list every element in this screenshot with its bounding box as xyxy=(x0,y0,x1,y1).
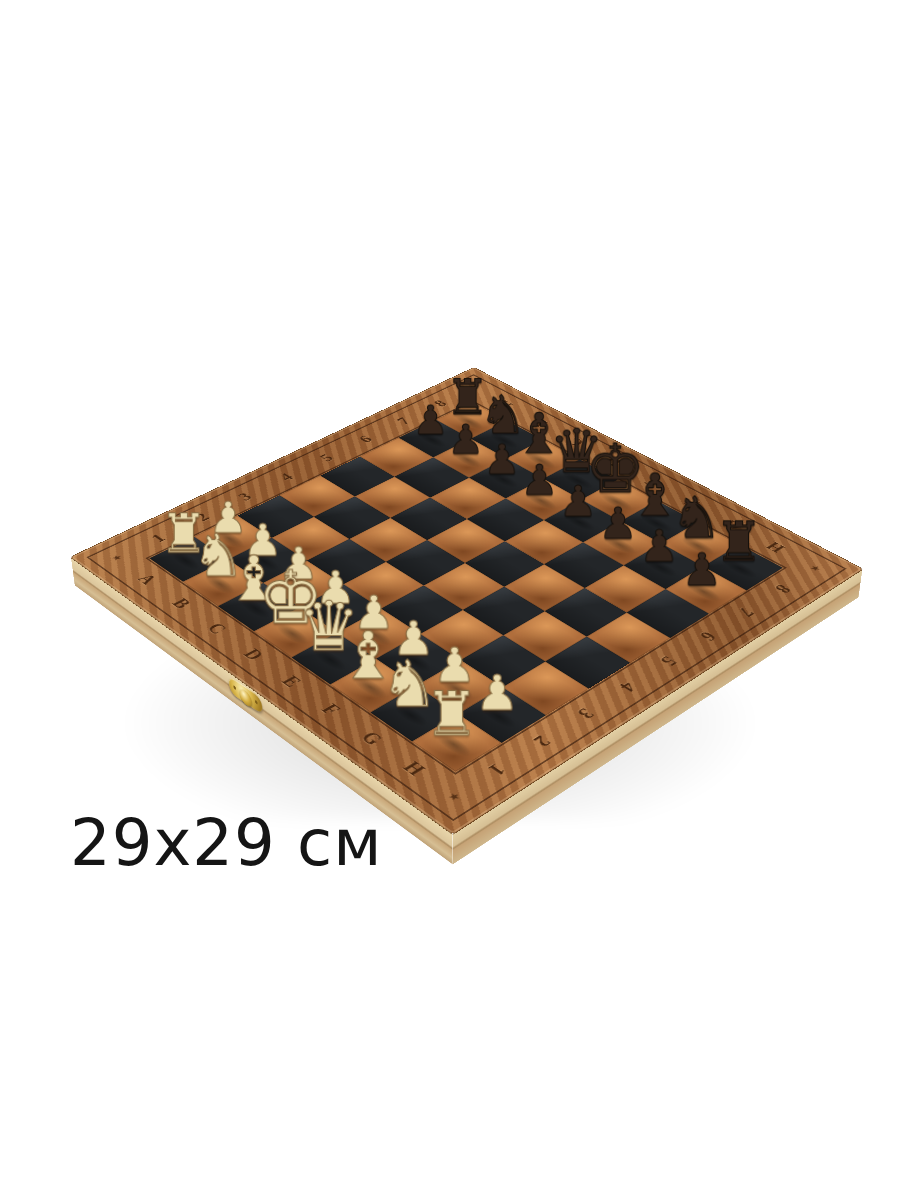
board-grid: ♜♞♝♛♚♝♞♜♟♟♟♟♟♟♟♟♟♟♟♟♟♟♟♟♜♞♝♚♛♝♞♜ xyxy=(149,402,782,771)
square-e6 xyxy=(505,520,583,564)
clasp-latch-icon xyxy=(228,675,264,715)
size-caption: 29x29 см xyxy=(70,806,383,880)
chessboard: ABCDEFGH ABCDEFGH 87654321 87654321 ★ ★ … xyxy=(69,367,864,835)
piece-white-rook: ♜ xyxy=(413,684,490,745)
product-photo: ABCDEFGH ABCDEFGH 87654321 87654321 ★ ★ … xyxy=(0,0,900,1200)
chessboard-scene: ABCDEFGH ABCDEFGH 87654321 87654321 ★ ★ … xyxy=(45,283,885,843)
square-h7: ♟ xyxy=(666,567,747,614)
piece-black-pawn: ♟ xyxy=(667,548,736,593)
